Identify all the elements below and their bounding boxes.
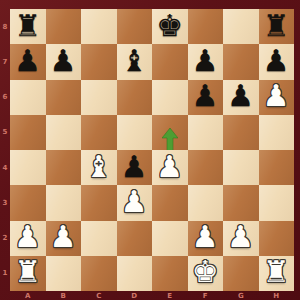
square-h8[interactable]: ♜: [259, 9, 295, 44]
square-a7[interactable]: ♟: [10, 44, 46, 79]
square-d4[interactable]: ♟: [117, 150, 153, 185]
square-h1[interactable]: ♜: [259, 256, 295, 291]
piece-black-pawn[interactable]: ♟: [192, 46, 219, 76]
square-f2[interactable]: ♟: [188, 221, 224, 256]
piece-black-pawn[interactable]: ♟: [263, 46, 290, 76]
piece-white-king[interactable]: ♚: [192, 257, 219, 287]
square-g8[interactable]: [223, 9, 259, 44]
square-c2[interactable]: [81, 221, 117, 256]
piece-white-rook[interactable]: ♜: [14, 257, 41, 287]
square-h3[interactable]: [259, 185, 295, 220]
piece-white-pawn[interactable]: ♟: [14, 222, 41, 252]
file-label-c: C: [81, 291, 117, 300]
square-e4[interactable]: ♟: [152, 150, 188, 185]
square-h2[interactable]: [259, 221, 295, 256]
rank-label-5: 5: [0, 115, 10, 150]
square-e8[interactable]: ♚: [152, 9, 188, 44]
rank-label-7: 7: [0, 44, 10, 79]
square-b1[interactable]: [46, 256, 82, 291]
file-label-b: B: [46, 291, 82, 300]
piece-white-pawn[interactable]: ♟: [121, 187, 148, 217]
piece-white-pawn[interactable]: ♟: [192, 222, 219, 252]
square-h4[interactable]: [259, 150, 295, 185]
file-label-h: H: [259, 291, 295, 300]
square-b8[interactable]: [46, 9, 82, 44]
rank-label-1: 1: [0, 256, 10, 291]
square-c6[interactable]: [81, 80, 117, 115]
rank-label-2: 2: [0, 221, 10, 256]
piece-white-rook[interactable]: ♜: [263, 257, 290, 287]
square-e6[interactable]: [152, 80, 188, 115]
square-f1[interactable]: ♚: [188, 256, 224, 291]
square-g3[interactable]: [223, 185, 259, 220]
square-h5[interactable]: [259, 115, 295, 150]
square-c7[interactable]: [81, 44, 117, 79]
square-g4[interactable]: [223, 150, 259, 185]
piece-black-pawn[interactable]: ♟: [14, 46, 41, 76]
square-e3[interactable]: [152, 185, 188, 220]
square-b3[interactable]: [46, 185, 82, 220]
rank-label-4: 4: [0, 150, 10, 185]
square-e2[interactable]: [152, 221, 188, 256]
square-g5[interactable]: [223, 115, 259, 150]
rank-label-6: 6: [0, 80, 10, 115]
square-b6[interactable]: [46, 80, 82, 115]
square-d3[interactable]: ♟: [117, 185, 153, 220]
square-h6[interactable]: ♟: [259, 80, 295, 115]
piece-black-pawn[interactable]: ♟: [227, 81, 254, 111]
chess-board-frame: 8♜♚♜7♟♟♝♟♟6♟♟♟54♝♟♟3♟2♟♟♟♟1♜♚♜ABCDEFGH: [0, 0, 300, 300]
square-c5[interactable]: [81, 115, 117, 150]
square-b5[interactable]: [46, 115, 82, 150]
square-h7[interactable]: ♟: [259, 44, 295, 79]
square-d7[interactable]: ♝: [117, 44, 153, 79]
square-d5[interactable]: [117, 115, 153, 150]
piece-white-pawn[interactable]: ♟: [50, 222, 77, 252]
piece-white-pawn[interactable]: ♟: [263, 81, 290, 111]
square-a6[interactable]: [10, 80, 46, 115]
square-f4[interactable]: [188, 150, 224, 185]
square-b7[interactable]: ♟: [46, 44, 82, 79]
square-c1[interactable]: [81, 256, 117, 291]
square-a3[interactable]: [10, 185, 46, 220]
square-b4[interactable]: [46, 150, 82, 185]
square-e7[interactable]: [152, 44, 188, 79]
piece-black-king[interactable]: ♚: [156, 11, 183, 41]
piece-white-pawn[interactable]: ♟: [156, 152, 183, 182]
file-label-a: A: [10, 291, 46, 300]
square-g1[interactable]: [223, 256, 259, 291]
square-g7[interactable]: [223, 44, 259, 79]
piece-black-pawn[interactable]: ♟: [121, 152, 148, 182]
square-f7[interactable]: ♟: [188, 44, 224, 79]
piece-black-rook[interactable]: ♜: [263, 11, 290, 41]
square-d1[interactable]: [117, 256, 153, 291]
square-e5[interactable]: [152, 115, 188, 150]
square-a8[interactable]: ♜: [10, 9, 46, 44]
file-label-e: E: [152, 291, 188, 300]
square-b2[interactable]: ♟: [46, 221, 82, 256]
square-f5[interactable]: [188, 115, 224, 150]
rank-label-8: 8: [0, 9, 10, 44]
square-f6[interactable]: ♟: [188, 80, 224, 115]
square-a2[interactable]: ♟: [10, 221, 46, 256]
piece-white-pawn[interactable]: ♟: [227, 222, 254, 252]
square-d6[interactable]: [117, 80, 153, 115]
file-label-g: G: [223, 291, 259, 300]
square-c3[interactable]: [81, 185, 117, 220]
piece-black-pawn[interactable]: ♟: [192, 81, 219, 111]
piece-black-rook[interactable]: ♜: [14, 11, 41, 41]
piece-black-bishop[interactable]: ♝: [121, 46, 148, 76]
square-f8[interactable]: [188, 9, 224, 44]
square-d8[interactable]: [117, 9, 153, 44]
square-e1[interactable]: [152, 256, 188, 291]
file-label-d: D: [117, 291, 153, 300]
piece-black-pawn[interactable]: ♟: [50, 46, 77, 76]
square-a5[interactable]: [10, 115, 46, 150]
square-c8[interactable]: [81, 9, 117, 44]
square-f3[interactable]: [188, 185, 224, 220]
square-g2[interactable]: ♟: [223, 221, 259, 256]
square-a1[interactable]: ♜: [10, 256, 46, 291]
square-c4[interactable]: ♝: [81, 150, 117, 185]
rank-label-3: 3: [0, 185, 10, 220]
file-label-f: F: [188, 291, 224, 300]
square-d2[interactable]: [117, 221, 153, 256]
square-a4[interactable]: [10, 150, 46, 185]
piece-white-bishop[interactable]: ♝: [85, 152, 112, 182]
square-g6[interactable]: ♟: [223, 80, 259, 115]
